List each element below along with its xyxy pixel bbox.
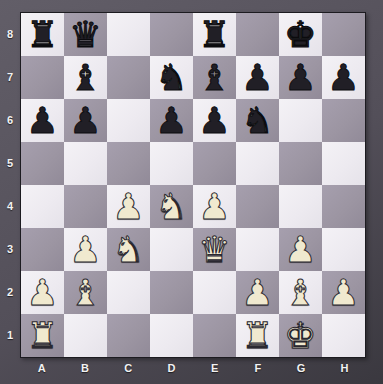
square-h8[interactable]: [322, 13, 365, 56]
square-h6[interactable]: [322, 99, 365, 142]
square-g7[interactable]: ♟: [279, 56, 322, 99]
square-f2[interactable]: ♟: [236, 271, 279, 314]
piece-white-pawn: ♟: [107, 185, 150, 228]
rank-label-8: 8: [0, 12, 20, 55]
square-c8[interactable]: [107, 13, 150, 56]
square-e4[interactable]: ♟: [193, 185, 236, 228]
square-f4[interactable]: [236, 185, 279, 228]
square-h7[interactable]: ♟: [322, 56, 365, 99]
piece-black-pawn: ♟: [193, 99, 236, 142]
rank-label-4: 4: [0, 184, 20, 227]
square-g5[interactable]: [279, 142, 322, 185]
square-b8[interactable]: ♛: [64, 13, 107, 56]
square-g6[interactable]: [279, 99, 322, 142]
square-f7[interactable]: ♟: [236, 56, 279, 99]
square-g4[interactable]: [279, 185, 322, 228]
square-e2[interactable]: [193, 271, 236, 314]
square-a5[interactable]: [21, 142, 64, 185]
square-d3[interactable]: [150, 228, 193, 271]
piece-white-pawn: ♟: [279, 228, 322, 271]
piece-black-bishop: ♝: [64, 56, 107, 99]
square-a6[interactable]: ♟: [21, 99, 64, 142]
square-e6[interactable]: ♟: [193, 99, 236, 142]
square-c4[interactable]: ♟: [107, 185, 150, 228]
square-a8[interactable]: ♜: [21, 13, 64, 56]
square-f3[interactable]: [236, 228, 279, 271]
square-c5[interactable]: [107, 142, 150, 185]
piece-white-pawn: ♟: [322, 271, 365, 314]
rank-label-5: 5: [0, 141, 20, 184]
square-b3[interactable]: ♟: [64, 228, 107, 271]
piece-white-bishop: ♝: [64, 271, 107, 314]
square-b4[interactable]: [64, 185, 107, 228]
square-d5[interactable]: [150, 142, 193, 185]
square-c2[interactable]: [107, 271, 150, 314]
chess-app-window: 87654321 ♜♛♜♚♝♞♝♟♟♟♟♟♟♟♞♟♞♟♟♞♛♟♟♝♟♝♟♜♜♚ …: [0, 0, 383, 384]
square-f6[interactable]: ♞: [236, 99, 279, 142]
piece-white-rook: ♜: [236, 314, 279, 357]
square-b7[interactable]: ♝: [64, 56, 107, 99]
file-labels: ABCDEFGH: [20, 358, 366, 384]
square-a3[interactable]: [21, 228, 64, 271]
square-d4[interactable]: ♞: [150, 185, 193, 228]
square-d6[interactable]: ♟: [150, 99, 193, 142]
piece-black-queen: ♛: [64, 13, 107, 56]
square-c6[interactable]: [107, 99, 150, 142]
file-label-c: C: [107, 358, 150, 374]
square-g8[interactable]: ♚: [279, 13, 322, 56]
square-b6[interactable]: ♟: [64, 99, 107, 142]
square-d7[interactable]: ♞: [150, 56, 193, 99]
square-f1[interactable]: ♜: [236, 314, 279, 357]
rank-label-1: 1: [0, 313, 20, 356]
piece-white-king: ♚: [279, 314, 322, 357]
piece-black-pawn: ♟: [279, 56, 322, 99]
piece-black-pawn: ♟: [150, 99, 193, 142]
square-e3[interactable]: ♛: [193, 228, 236, 271]
square-c7[interactable]: [107, 56, 150, 99]
square-h3[interactable]: [322, 228, 365, 271]
piece-black-pawn: ♟: [21, 99, 64, 142]
square-g1[interactable]: ♚: [279, 314, 322, 357]
square-a2[interactable]: ♟: [21, 271, 64, 314]
file-label-g: G: [280, 358, 323, 374]
chess-board: ♜♛♜♚♝♞♝♟♟♟♟♟♟♟♞♟♞♟♟♞♛♟♟♝♟♝♟♜♜♚: [20, 12, 366, 358]
square-e5[interactable]: [193, 142, 236, 185]
square-a7[interactable]: [21, 56, 64, 99]
square-b5[interactable]: [64, 142, 107, 185]
rank-labels: 87654321: [0, 12, 20, 356]
rank-label-2: 2: [0, 270, 20, 313]
square-f5[interactable]: [236, 142, 279, 185]
piece-black-bishop: ♝: [193, 56, 236, 99]
square-a4[interactable]: [21, 185, 64, 228]
rank-label-7: 7: [0, 55, 20, 98]
square-e8[interactable]: ♜: [193, 13, 236, 56]
file-label-d: D: [150, 358, 193, 374]
square-b2[interactable]: ♝: [64, 271, 107, 314]
square-h4[interactable]: [322, 185, 365, 228]
square-h5[interactable]: [322, 142, 365, 185]
piece-black-pawn: ♟: [322, 56, 365, 99]
square-c1[interactable]: [107, 314, 150, 357]
square-a1[interactable]: ♜: [21, 314, 64, 357]
square-h2[interactable]: ♟: [322, 271, 365, 314]
piece-white-pawn: ♟: [21, 271, 64, 314]
square-c3[interactable]: ♞: [107, 228, 150, 271]
piece-white-bishop: ♝: [279, 271, 322, 314]
piece-white-pawn: ♟: [64, 228, 107, 271]
piece-black-rook: ♜: [193, 13, 236, 56]
square-d8[interactable]: [150, 13, 193, 56]
file-label-e: E: [193, 358, 236, 374]
file-label-b: B: [63, 358, 106, 374]
square-e1[interactable]: [193, 314, 236, 357]
piece-black-rook: ♜: [21, 13, 64, 56]
rank-label-3: 3: [0, 227, 20, 270]
piece-white-knight: ♞: [107, 228, 150, 271]
piece-black-pawn: ♟: [64, 99, 107, 142]
square-f8[interactable]: [236, 13, 279, 56]
piece-white-pawn: ♟: [193, 185, 236, 228]
piece-black-king: ♚: [279, 13, 322, 56]
square-b1[interactable]: [64, 314, 107, 357]
piece-black-pawn: ♟: [236, 56, 279, 99]
file-label-a: A: [20, 358, 63, 374]
piece-white-rook: ♜: [21, 314, 64, 357]
square-g3[interactable]: ♟: [279, 228, 322, 271]
square-e7[interactable]: ♝: [193, 56, 236, 99]
square-g2[interactable]: ♝: [279, 271, 322, 314]
piece-black-knight: ♞: [236, 99, 279, 142]
piece-white-queen: ♛: [193, 228, 236, 271]
piece-white-knight: ♞: [150, 185, 193, 228]
file-label-f: F: [236, 358, 279, 374]
square-h1[interactable]: [322, 314, 365, 357]
square-d2[interactable]: [150, 271, 193, 314]
file-label-h: H: [323, 358, 366, 374]
square-d1[interactable]: [150, 314, 193, 357]
piece-black-knight: ♞: [150, 56, 193, 99]
piece-white-pawn: ♟: [236, 271, 279, 314]
rank-label-6: 6: [0, 98, 20, 141]
